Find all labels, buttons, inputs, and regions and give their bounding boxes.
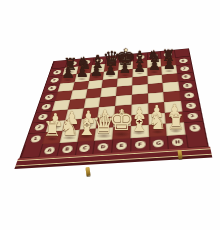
coord-label: 6 <box>47 86 57 92</box>
coord-label: 1 <box>188 124 200 132</box>
coord-label: F <box>135 140 146 148</box>
file-label-f-bottom: F <box>130 137 149 152</box>
coord-label: H <box>172 138 184 146</box>
coord-label: D <box>97 143 108 151</box>
coord-label: 5 <box>182 83 192 89</box>
coord-label: 5 <box>44 94 54 100</box>
coord-label: 2 <box>187 113 198 120</box>
coord-label: G <box>153 139 164 147</box>
board-corner <box>186 133 208 148</box>
coord-label: 8 <box>52 70 61 75</box>
file-label-g-bottom: G <box>148 136 168 151</box>
chess-board: ABCDEFGH8877665544332211ABCDEFGH <box>20 49 207 159</box>
coord-label: 4 <box>40 104 50 110</box>
coord-label: 6 <box>181 74 191 80</box>
king-finial <box>124 49 127 52</box>
file-label-c-bottom: C <box>74 141 94 155</box>
file-label-e-bottom: E <box>111 138 130 152</box>
coord-label: D <box>109 57 117 62</box>
coord-label: 7 <box>50 77 59 82</box>
coord-label: 3 <box>37 113 48 120</box>
coord-label: B <box>82 60 90 65</box>
brass-clasp-left <box>85 167 90 176</box>
coord-label: 1 <box>29 135 41 143</box>
file-label-d-bottom: D <box>93 140 113 154</box>
coord-label: 3 <box>185 102 196 109</box>
coord-label: 2 <box>33 124 44 131</box>
product-photo: ABCDEFGH8877665544332211ABCDEFGH ♜♞♝♛♚♝♞… <box>0 0 220 230</box>
coord-label: E <box>116 141 127 149</box>
coord-label: C <box>79 144 90 152</box>
coord-label: F <box>136 55 144 60</box>
coord-label: 4 <box>184 92 194 98</box>
coord-label: H <box>164 52 172 57</box>
coord-label: 7 <box>180 66 189 71</box>
coord-label: A <box>43 146 55 154</box>
coord-label: A <box>69 61 78 66</box>
coord-label: E <box>122 56 130 61</box>
file-label-h-bottom: H <box>167 135 188 150</box>
coord-label: G <box>150 53 158 58</box>
coord-label: B <box>61 145 73 153</box>
coord-label: 8 <box>178 58 187 63</box>
coord-label: C <box>95 58 103 63</box>
